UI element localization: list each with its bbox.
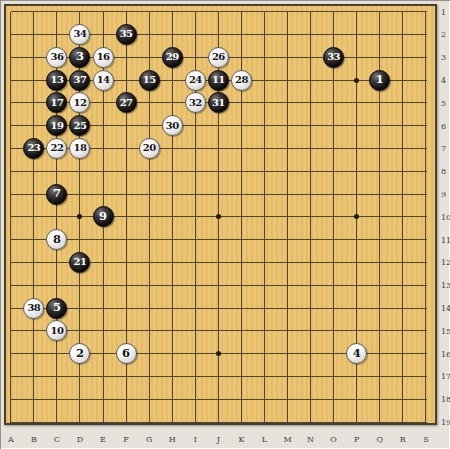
move-number: 30 xyxy=(166,121,179,131)
stone-E3: 16 xyxy=(93,47,114,68)
grid-line-vertical xyxy=(333,12,334,423)
stone-C14: 5 xyxy=(46,298,67,319)
row-label-6: 6 xyxy=(441,121,446,130)
column-label-E: E xyxy=(100,435,106,444)
stone-H3: 29 xyxy=(162,47,183,68)
stone-G7: 20 xyxy=(139,138,160,159)
move-number: 35 xyxy=(120,29,133,39)
grid-line-horizontal xyxy=(11,239,427,240)
grid-line-vertical xyxy=(402,12,403,423)
column-label-S: S xyxy=(423,435,428,444)
star-point-J16 xyxy=(216,351,221,356)
move-number: 33 xyxy=(327,52,340,62)
column-label-B: B xyxy=(31,435,37,444)
stone-H6: 30 xyxy=(162,115,183,136)
stone-E4: 14 xyxy=(93,70,114,91)
move-number: 18 xyxy=(74,143,87,153)
stone-B14: 38 xyxy=(23,298,44,319)
row-label-16: 16 xyxy=(441,349,450,358)
stone-F5: 27 xyxy=(116,92,137,113)
move-number: 6 xyxy=(122,348,130,360)
move-number: 7 xyxy=(53,188,61,200)
move-number: 36 xyxy=(51,52,64,62)
row-label-10: 10 xyxy=(441,212,450,221)
grid-line-vertical xyxy=(264,12,265,423)
grid-line-horizontal xyxy=(11,171,427,172)
grid-line-vertical xyxy=(287,12,288,423)
move-number: 22 xyxy=(51,143,64,153)
grid-line-horizontal xyxy=(11,422,427,423)
move-number: 27 xyxy=(120,98,133,108)
column-label-K: K xyxy=(238,435,244,444)
row-label-13: 13 xyxy=(441,281,450,290)
column-label-M: M xyxy=(283,435,291,444)
move-number: 5 xyxy=(53,302,61,314)
stone-I4: 24 xyxy=(185,70,206,91)
column-label-F: F xyxy=(123,435,129,444)
move-number: 12 xyxy=(74,98,87,108)
row-label-2: 2 xyxy=(441,30,446,39)
stone-J4: 11 xyxy=(208,70,229,91)
column-label-Q: Q xyxy=(376,435,383,444)
move-number: 26 xyxy=(212,52,225,62)
stone-F2: 35 xyxy=(116,24,137,45)
row-label-11: 11 xyxy=(441,235,450,244)
stone-C4: 13 xyxy=(46,70,67,91)
stone-C3: 36 xyxy=(46,47,67,68)
move-number: 31 xyxy=(212,98,225,108)
move-number: 25 xyxy=(74,121,87,131)
row-label-5: 5 xyxy=(441,98,446,107)
stone-G4: 15 xyxy=(139,70,160,91)
move-number: 4 xyxy=(353,348,361,360)
move-number: 3 xyxy=(76,51,84,63)
move-number: 17 xyxy=(51,98,64,108)
row-label-19: 19 xyxy=(441,418,450,427)
row-label-9: 9 xyxy=(441,190,446,199)
column-label-L: L xyxy=(262,435,267,444)
column-label-H: H xyxy=(169,435,176,444)
move-number: 8 xyxy=(53,234,61,246)
column-label-C: C xyxy=(54,435,60,444)
row-label-8: 8 xyxy=(441,167,446,176)
stone-C9: 7 xyxy=(46,184,67,205)
stone-K4: 28 xyxy=(231,70,252,91)
stone-J3: 26 xyxy=(208,47,229,68)
row-label-14: 14 xyxy=(441,304,450,313)
move-number: 10 xyxy=(51,326,64,336)
move-number: 13 xyxy=(51,75,64,85)
move-number: 20 xyxy=(143,143,156,153)
move-number: 15 xyxy=(143,75,156,85)
row-label-15: 15 xyxy=(441,326,450,335)
grid-line-horizontal xyxy=(11,11,427,12)
grid-line-horizontal xyxy=(11,376,427,377)
stone-D4: 37 xyxy=(69,70,90,91)
move-number: 14 xyxy=(97,75,110,85)
move-number: 37 xyxy=(74,75,87,85)
move-number: 1 xyxy=(376,74,384,86)
row-label-12: 12 xyxy=(441,258,450,267)
row-label-3: 3 xyxy=(441,53,446,62)
stone-F16: 6 xyxy=(116,343,137,364)
move-number: 34 xyxy=(74,29,87,39)
grid-line-horizontal xyxy=(11,308,427,309)
grid-line-horizontal xyxy=(11,399,427,400)
stone-E10: 9 xyxy=(93,206,114,227)
row-label-4: 4 xyxy=(441,76,446,85)
move-number: 19 xyxy=(51,121,64,131)
row-label-18: 18 xyxy=(441,395,450,404)
grid-line-horizontal xyxy=(11,330,427,331)
column-label-R: R xyxy=(400,435,406,444)
stone-I5: 32 xyxy=(185,92,206,113)
move-number: 23 xyxy=(28,143,41,153)
move-number: 11 xyxy=(212,75,225,85)
move-number: 28 xyxy=(235,75,248,85)
column-label-O: O xyxy=(330,435,337,444)
column-label-A: A xyxy=(8,435,14,444)
column-label-G: G xyxy=(146,435,152,444)
move-number: 29 xyxy=(166,52,179,62)
move-number: 9 xyxy=(99,211,107,223)
stone-O3: 33 xyxy=(323,47,344,68)
stone-Q4: 1 xyxy=(369,70,390,91)
row-label-1: 1 xyxy=(441,7,446,16)
column-label-N: N xyxy=(307,435,314,444)
column-label-I: I xyxy=(194,435,197,444)
column-label-J: J xyxy=(217,435,220,444)
row-label-7: 7 xyxy=(441,144,446,153)
grid-line-vertical xyxy=(310,12,311,423)
move-number: 2 xyxy=(76,348,84,360)
move-number: 32 xyxy=(189,98,202,108)
stone-J5: 31 xyxy=(208,92,229,113)
star-point-P4 xyxy=(354,78,359,83)
column-label-D: D xyxy=(77,435,83,444)
row-label-17: 17 xyxy=(441,372,450,381)
grid-line-horizontal xyxy=(11,194,427,195)
column-label-P: P xyxy=(354,435,359,444)
move-number: 24 xyxy=(189,75,202,85)
move-number: 21 xyxy=(74,257,87,267)
grid-line-vertical xyxy=(425,12,426,423)
move-number: 38 xyxy=(28,303,41,313)
go-board-panel: 1234567891011121314151617181920212223242… xyxy=(0,0,450,449)
move-number: 16 xyxy=(97,52,110,62)
grid-line-horizontal xyxy=(11,285,427,286)
